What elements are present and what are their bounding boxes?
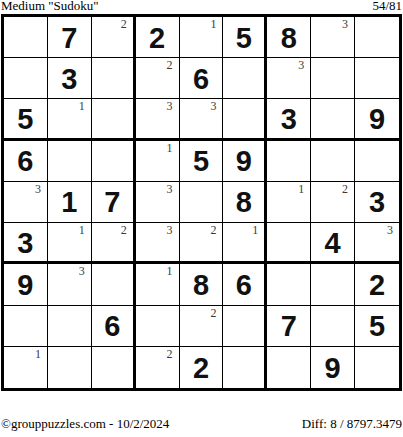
- cell-r7c4[interactable]: 1: [136, 264, 180, 305]
- cell-r6c6[interactable]: 1: [223, 223, 267, 264]
- pencil-mark: 2: [167, 347, 173, 362]
- cell-r6c2[interactable]: 1: [48, 223, 92, 264]
- difficulty-text: Diff: 8 / 8797.3479: [302, 416, 402, 432]
- pencil-mark: 3: [167, 182, 173, 197]
- cell-r8c6[interactable]: [223, 306, 267, 347]
- cell-r7c3[interactable]: [92, 264, 136, 305]
- pencil-mark: 3: [342, 17, 348, 32]
- pencil-mark: 3: [298, 58, 304, 73]
- cell-value: 8: [180, 264, 223, 304]
- cell-r8c1[interactable]: [4, 306, 48, 347]
- cell-r9c4[interactable]: 2: [136, 347, 180, 388]
- cell-r2c9[interactable]: [355, 58, 399, 99]
- cell-r9c9[interactable]: [355, 347, 399, 388]
- pencil-mark: 3: [167, 99, 173, 114]
- cell-r8c4[interactable]: [136, 306, 180, 347]
- cell-r1c8[interactable]: 3: [311, 17, 355, 58]
- cell-value: 7: [92, 182, 133, 222]
- cell-r1c6[interactable]: 5: [223, 17, 267, 58]
- cell-r7c2[interactable]: 3: [48, 264, 92, 305]
- cell-r2c7[interactable]: 3: [267, 58, 311, 99]
- cell-r6c4[interactable]: 3: [136, 223, 180, 264]
- cell-r4c6[interactable]: 9: [223, 141, 267, 182]
- cell-value: 5: [4, 99, 47, 137]
- cell-value: 9: [223, 141, 264, 181]
- cell-value: 2: [355, 264, 399, 304]
- pencil-mark: 2: [121, 223, 127, 238]
- pencil-mark: 3: [210, 99, 216, 114]
- sudoku-board: 7221583326351333961593173812331232143931…: [1, 14, 402, 391]
- cell-r5c5[interactable]: [180, 182, 224, 223]
- cell-r3c3[interactable]: [92, 99, 136, 140]
- cell-value: 3: [48, 58, 91, 98]
- cell-value: 5: [223, 17, 264, 57]
- cell-value: 9: [355, 99, 399, 137]
- cell-r9c6[interactable]: [223, 347, 267, 388]
- header: Medium "Sudoku" 54/81: [1, 0, 402, 14]
- cell-r5c9[interactable]: 3: [355, 182, 399, 223]
- cell-r4c4[interactable]: 1: [136, 141, 180, 182]
- pencil-mark: 2: [210, 306, 216, 321]
- cell-value: 2: [180, 347, 223, 388]
- cell-r1c4[interactable]: 2: [136, 17, 180, 58]
- cell-value: 9: [311, 347, 354, 388]
- cell-r2c2[interactable]: 3: [48, 58, 92, 99]
- cell-r3c7[interactable]: 3: [267, 99, 311, 140]
- cell-r8c8[interactable]: [311, 306, 355, 347]
- cell-value: 1: [48, 182, 91, 222]
- cell-r6c7[interactable]: [267, 223, 311, 264]
- cell-r7c1[interactable]: 9: [4, 264, 48, 305]
- footer: ©grouppuzzles.com - 10/2/2024 Diff: 8 / …: [1, 416, 402, 432]
- cell-r3c8[interactable]: [311, 99, 355, 140]
- cell-r1c9[interactable]: [355, 17, 399, 58]
- cell-r7c7[interactable]: [267, 264, 311, 305]
- cell-r8c3[interactable]: 6: [92, 306, 136, 347]
- cell-r1c7[interactable]: 8: [267, 17, 311, 58]
- cell-value: 5: [355, 306, 399, 346]
- cell-r7c9[interactable]: 2: [355, 264, 399, 305]
- cell-r4c5[interactable]: 5: [180, 141, 224, 182]
- cell-r4c9[interactable]: [355, 141, 399, 182]
- credit-text: ©grouppuzzles.com - 10/2/2024: [1, 416, 169, 432]
- cell-r3c2[interactable]: 1: [48, 99, 92, 140]
- cell-r2c4[interactable]: 2: [136, 58, 180, 99]
- pencil-mark: 3: [167, 223, 173, 238]
- cell-r9c2[interactable]: [48, 347, 92, 388]
- cell-r3c1[interactable]: 5: [4, 99, 48, 140]
- cell-r5c3[interactable]: 7: [92, 182, 136, 223]
- pencil-mark: 1: [35, 347, 41, 362]
- cell-r8c9[interactable]: 5: [355, 306, 399, 347]
- pencil-mark: 1: [79, 223, 85, 238]
- cell-r9c7[interactable]: [267, 347, 311, 388]
- progress-counter: 54/81: [372, 0, 402, 13]
- cell-r2c8[interactable]: [311, 58, 355, 99]
- pencil-mark: 3: [387, 223, 393, 238]
- cell-r1c5[interactable]: 1: [180, 17, 224, 58]
- cell-r8c2[interactable]: [48, 306, 92, 347]
- pencil-mark: 1: [252, 223, 258, 238]
- cell-value: 6: [92, 306, 133, 346]
- cell-r4c2[interactable]: [48, 141, 92, 182]
- pencil-mark: 2: [210, 223, 216, 238]
- pencil-mark: 2: [167, 58, 173, 73]
- pencil-mark: 1: [210, 17, 216, 32]
- pencil-mark: 1: [167, 264, 173, 279]
- cell-r4c1[interactable]: 6: [4, 141, 48, 182]
- cell-value: 3: [4, 223, 47, 261]
- cell-r1c1[interactable]: [4, 17, 48, 58]
- cell-value: 8: [223, 182, 264, 222]
- cell-r4c7[interactable]: [267, 141, 311, 182]
- cell-value: 7: [267, 306, 310, 346]
- cell-value: 7: [48, 17, 91, 57]
- cell-r9c1[interactable]: 1: [4, 347, 48, 388]
- cell-r6c8[interactable]: 4: [311, 223, 355, 264]
- cell-r3c5[interactable]: 3: [180, 99, 224, 140]
- cell-r4c8[interactable]: [311, 141, 355, 182]
- cell-r5c7[interactable]: 1: [267, 182, 311, 223]
- cell-r5c2[interactable]: 1: [48, 182, 92, 223]
- cell-r4c3[interactable]: [92, 141, 136, 182]
- cell-r5c6[interactable]: 8: [223, 182, 267, 223]
- cell-r9c5[interactable]: 2: [180, 347, 224, 388]
- cell-r5c8[interactable]: 2: [311, 182, 355, 223]
- cell-r9c8[interactable]: 9: [311, 347, 355, 388]
- cell-value: 2: [136, 17, 179, 57]
- cell-r2c5[interactable]: 6: [180, 58, 224, 99]
- cell-value: 6: [180, 58, 223, 98]
- cell-r2c3[interactable]: [92, 58, 136, 99]
- puzzle-page: Medium "Sudoku" 54/81 722158332635133396…: [0, 0, 403, 437]
- cell-r5c4[interactable]: 3: [136, 182, 180, 223]
- pencil-mark: 3: [79, 264, 85, 279]
- cell-r6c9[interactable]: 3: [355, 223, 399, 264]
- pencil-mark: 2: [342, 182, 348, 197]
- cell-r8c7[interactable]: 7: [267, 306, 311, 347]
- page-title: Medium "Sudoku": [1, 0, 99, 13]
- cell-value: 3: [267, 99, 310, 137]
- cell-r1c2[interactable]: 7: [48, 17, 92, 58]
- cell-r2c6[interactable]: [223, 58, 267, 99]
- cell-r7c5[interactable]: 8: [180, 264, 224, 305]
- cell-r3c9[interactable]: 9: [355, 99, 399, 140]
- cell-r2c1[interactable]: [4, 58, 48, 99]
- cell-r3c6[interactable]: [223, 99, 267, 140]
- cell-value: 9: [4, 264, 47, 304]
- cell-r7c6[interactable]: 6: [223, 264, 267, 305]
- cell-r1c3[interactable]: 2: [92, 17, 136, 58]
- cell-value: 5: [180, 141, 223, 181]
- pencil-mark: 2: [121, 17, 127, 32]
- pencil-mark: 1: [167, 141, 173, 156]
- cell-r3c4[interactable]: 3: [136, 99, 180, 140]
- cell-value: 6: [223, 264, 264, 304]
- cell-r8c5[interactable]: 2: [180, 306, 224, 347]
- cell-value: 8: [267, 17, 310, 57]
- pencil-mark: 1: [79, 99, 85, 114]
- pencil-mark: 3: [35, 182, 41, 197]
- pencil-mark: 1: [298, 182, 304, 197]
- cell-r6c1[interactable]: 3: [4, 223, 48, 264]
- cell-value: 4: [311, 223, 354, 261]
- cell-r5c1[interactable]: 3: [4, 182, 48, 223]
- cell-value: 6: [4, 141, 47, 181]
- cell-r6c3[interactable]: 2: [92, 223, 136, 264]
- cell-r6c5[interactable]: 2: [180, 223, 224, 264]
- cell-value: 3: [355, 182, 399, 222]
- cell-r9c3[interactable]: [92, 347, 136, 388]
- cell-r7c8[interactable]: [311, 264, 355, 305]
